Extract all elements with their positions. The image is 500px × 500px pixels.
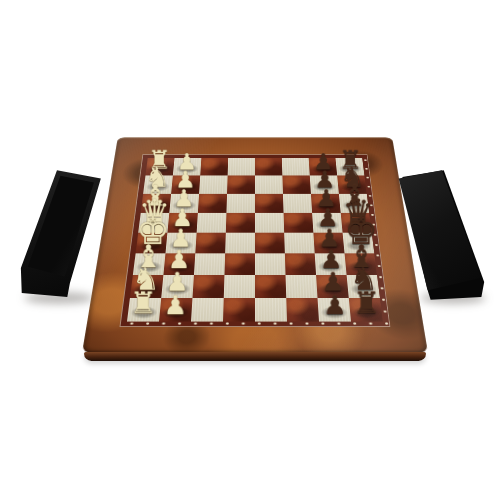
- piece-anchor: ♜: [127, 298, 161, 322]
- chess-board: ♜♟♟♜♞♟♟♞♝♟♟♝♛♟♟♛♚♟♟♚♝♟♟♝♞♟♟♞♜♟♟♜: [82, 137, 428, 353]
- piece-bR[interactable]: ♜: [351, 288, 383, 318]
- piece-anchor: ♟: [318, 298, 352, 322]
- piece-wR[interactable]: ♜: [127, 288, 159, 318]
- right-piece-tray[interactable]: [393, 166, 487, 304]
- piece-bP[interactable]: ♟: [319, 292, 351, 318]
- piece-anchor: ♜: [349, 298, 383, 322]
- board-scene: ♜♟♟♜♞♟♟♞♝♟♟♝♛♟♟♛♚♟♟♚♝♟♟♝♞♟♟♞♜♟♟♜: [82, 7, 428, 353]
- board-front-edge: [84, 352, 426, 361]
- left-piece-tray[interactable]: [20, 166, 106, 304]
- piece-anchor: ♟: [159, 298, 193, 322]
- product-photo: ♜♟♟♜♞♟♟♞♝♟♟♝♛♟♟♛♚♟♟♚♝♟♟♝♞♟♟♞♜♟♟♜: [0, 0, 500, 500]
- piece-wP[interactable]: ♟: [159, 292, 191, 318]
- pieces-layer: ♜♟♟♜♞♟♟♞♝♟♟♝♛♟♟♛♚♟♟♚♝♟♟♝♞♟♟♞♜♟♟♜: [127, 158, 383, 322]
